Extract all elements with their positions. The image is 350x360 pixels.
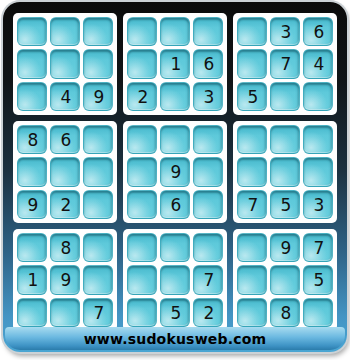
cell-r1c2[interactable] <box>50 17 80 46</box>
cell-value: 7 <box>314 240 325 257</box>
site-url[interactable]: www.sudokusweb.com <box>84 331 267 347</box>
cell-r5c1[interactable] <box>17 157 47 186</box>
cell-r5c3[interactable] <box>83 157 113 186</box>
cell-value: 2 <box>61 197 72 214</box>
cell-r8c5[interactable] <box>160 265 190 294</box>
block-3-2: 752 <box>123 229 227 331</box>
cell-value: 4 <box>314 56 325 73</box>
cell-value: 6 <box>61 132 72 149</box>
cell-r8c3[interactable] <box>83 265 113 294</box>
block-2-2: 96 <box>123 121 227 223</box>
cell-r8c2[interactable]: 9 <box>50 265 80 294</box>
cell-r4c3[interactable] <box>83 125 113 154</box>
cell-r2c9[interactable]: 4 <box>303 49 333 78</box>
cell-r1c9[interactable]: 6 <box>303 17 333 46</box>
cell-value: 9 <box>28 197 39 214</box>
cell-r3c8[interactable] <box>270 82 300 111</box>
cell-r7c9[interactable]: 7 <box>303 233 333 262</box>
cell-value: 8 <box>28 132 39 149</box>
cell-r3c6[interactable]: 3 <box>193 82 223 111</box>
cell-r7c3[interactable] <box>83 233 113 262</box>
cell-r9c1[interactable] <box>17 298 47 327</box>
cell-r2c2[interactable] <box>50 49 80 78</box>
cell-r9c4[interactable] <box>127 298 157 327</box>
cell-value: 6 <box>204 56 215 73</box>
cell-value: 1 <box>171 56 182 73</box>
cell-r9c2[interactable] <box>50 298 80 327</box>
cell-r2c5[interactable]: 1 <box>160 49 190 78</box>
cell-r3c5[interactable] <box>160 82 190 111</box>
block-3-3: 9758 <box>233 229 337 331</box>
cell-r3c2[interactable]: 4 <box>50 82 80 111</box>
cell-r4c7[interactable] <box>237 125 267 154</box>
cell-r6c6[interactable] <box>193 190 223 219</box>
cell-r7c8[interactable]: 9 <box>270 233 300 262</box>
cell-r9c8[interactable]: 8 <box>270 298 300 327</box>
footer-bar: www.sudokusweb.com <box>5 327 345 350</box>
cell-r9c3[interactable]: 7 <box>83 298 113 327</box>
cell-r7c1[interactable] <box>17 233 47 262</box>
cell-r1c8[interactable]: 3 <box>270 17 300 46</box>
cell-r5c2[interactable] <box>50 157 80 186</box>
cell-value: 2 <box>204 305 215 322</box>
sudoku-screenshot: 4916233674586929675381977529758 www.sudo… <box>0 0 350 360</box>
cell-r1c5[interactable] <box>160 17 190 46</box>
cell-r7c7[interactable] <box>237 233 267 262</box>
cell-r4c5[interactable] <box>160 125 190 154</box>
cell-value: 9 <box>171 164 182 181</box>
cell-value: 4 <box>61 89 72 106</box>
cell-r7c4[interactable] <box>127 233 157 262</box>
block-1-1: 49 <box>13 13 117 115</box>
cell-r9c6[interactable]: 2 <box>193 298 223 327</box>
cell-r8c7[interactable] <box>237 265 267 294</box>
cell-r6c2[interactable]: 2 <box>50 190 80 219</box>
cell-r2c7[interactable] <box>237 49 267 78</box>
cell-r3c3[interactable]: 9 <box>83 82 113 111</box>
block-3-1: 8197 <box>13 229 117 331</box>
cell-r5c8[interactable] <box>270 157 300 186</box>
block-1-3: 36745 <box>233 13 337 115</box>
cell-r9c9[interactable] <box>303 298 333 327</box>
block-2-3: 753 <box>233 121 337 223</box>
cell-r4c6[interactable] <box>193 125 223 154</box>
cell-r1c6[interactable] <box>193 17 223 46</box>
cell-value: 6 <box>171 197 182 214</box>
cell-r3c1[interactable] <box>17 82 47 111</box>
cell-r1c7[interactable] <box>237 17 267 46</box>
cell-r9c5[interactable]: 5 <box>160 298 190 327</box>
cell-value: 1 <box>28 272 39 289</box>
cell-r5c7[interactable] <box>237 157 267 186</box>
cell-r3c7[interactable]: 5 <box>237 82 267 111</box>
sudoku-grid: 4916233674586929675381977529758 <box>13 13 337 331</box>
cell-r4c1[interactable]: 8 <box>17 125 47 154</box>
cell-r5c9[interactable] <box>303 157 333 186</box>
cell-value: 3 <box>204 89 215 106</box>
cell-value: 7 <box>204 272 215 289</box>
cell-r2c6[interactable]: 6 <box>193 49 223 78</box>
cell-r9c7[interactable] <box>237 298 267 327</box>
cell-value: 7 <box>248 197 259 214</box>
cell-value: 6 <box>314 24 325 41</box>
block-2-1: 8692 <box>13 121 117 223</box>
cell-r8c1[interactable]: 1 <box>17 265 47 294</box>
cell-value: 8 <box>281 305 292 322</box>
cell-r7c5[interactable] <box>160 233 190 262</box>
cell-r6c8[interactable]: 5 <box>270 190 300 219</box>
cell-r6c5[interactable]: 6 <box>160 190 190 219</box>
cell-value: 7 <box>281 56 292 73</box>
cell-r5c5[interactable]: 9 <box>160 157 190 186</box>
cell-r4c8[interactable] <box>270 125 300 154</box>
cell-r6c7[interactable]: 7 <box>237 190 267 219</box>
cell-r4c2[interactable]: 6 <box>50 125 80 154</box>
cell-r1c1[interactable] <box>17 17 47 46</box>
cell-r8c8[interactable] <box>270 265 300 294</box>
cell-value: 5 <box>171 305 182 322</box>
cell-value: 5 <box>281 197 292 214</box>
cell-value: 5 <box>314 272 325 289</box>
cell-value: 5 <box>248 89 259 106</box>
cell-r2c8[interactable]: 7 <box>270 49 300 78</box>
cell-r4c9[interactable] <box>303 125 333 154</box>
cell-value: 2 <box>138 89 149 106</box>
cell-r7c6[interactable] <box>193 233 223 262</box>
block-1-2: 1623 <box>123 13 227 115</box>
cell-r6c4[interactable] <box>127 190 157 219</box>
cell-r7c2[interactable]: 8 <box>50 233 80 262</box>
cell-r3c9[interactable] <box>303 82 333 111</box>
cell-r6c9[interactable]: 3 <box>303 190 333 219</box>
cell-r8c4[interactable] <box>127 265 157 294</box>
cell-r2c3[interactable] <box>83 49 113 78</box>
cell-r8c9[interactable]: 5 <box>303 265 333 294</box>
cell-r5c6[interactable] <box>193 157 223 186</box>
cell-value: 3 <box>281 24 292 41</box>
cell-r4c4[interactable] <box>127 125 157 154</box>
cell-r3c4[interactable]: 2 <box>127 82 157 111</box>
cell-value: 9 <box>94 89 105 106</box>
cell-value: 3 <box>314 197 325 214</box>
cell-r1c4[interactable] <box>127 17 157 46</box>
cell-r6c3[interactable] <box>83 190 113 219</box>
cell-r5c4[interactable] <box>127 157 157 186</box>
cell-value: 8 <box>61 240 72 257</box>
cell-r2c1[interactable] <box>17 49 47 78</box>
cell-r8c6[interactable]: 7 <box>193 265 223 294</box>
cell-r6c1[interactable]: 9 <box>17 190 47 219</box>
cell-value: 7 <box>94 305 105 322</box>
cell-r1c3[interactable] <box>83 17 113 46</box>
cell-value: 9 <box>281 240 292 257</box>
sudoku-board-frame: 4916233674586929675381977529758 www.sudo… <box>3 2 347 352</box>
cell-value: 9 <box>61 272 72 289</box>
cell-r2c4[interactable] <box>127 49 157 78</box>
